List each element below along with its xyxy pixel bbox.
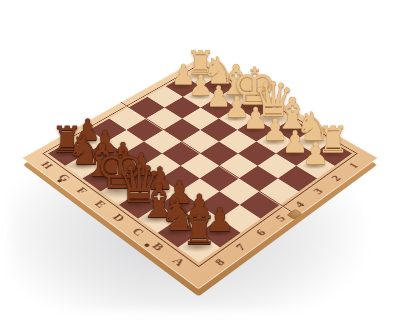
chess-set-photo: HGFEDCBA 12345678 ♜♞♝♛♚♝♞♜♟♟♟♟♟♟♟♟♟♟♟♟♟♟… [0, 0, 400, 335]
piece-white-pawn[interactable]: ♟ [302, 139, 329, 169]
piece-black-rook[interactable]: ♜ [181, 212, 217, 252]
